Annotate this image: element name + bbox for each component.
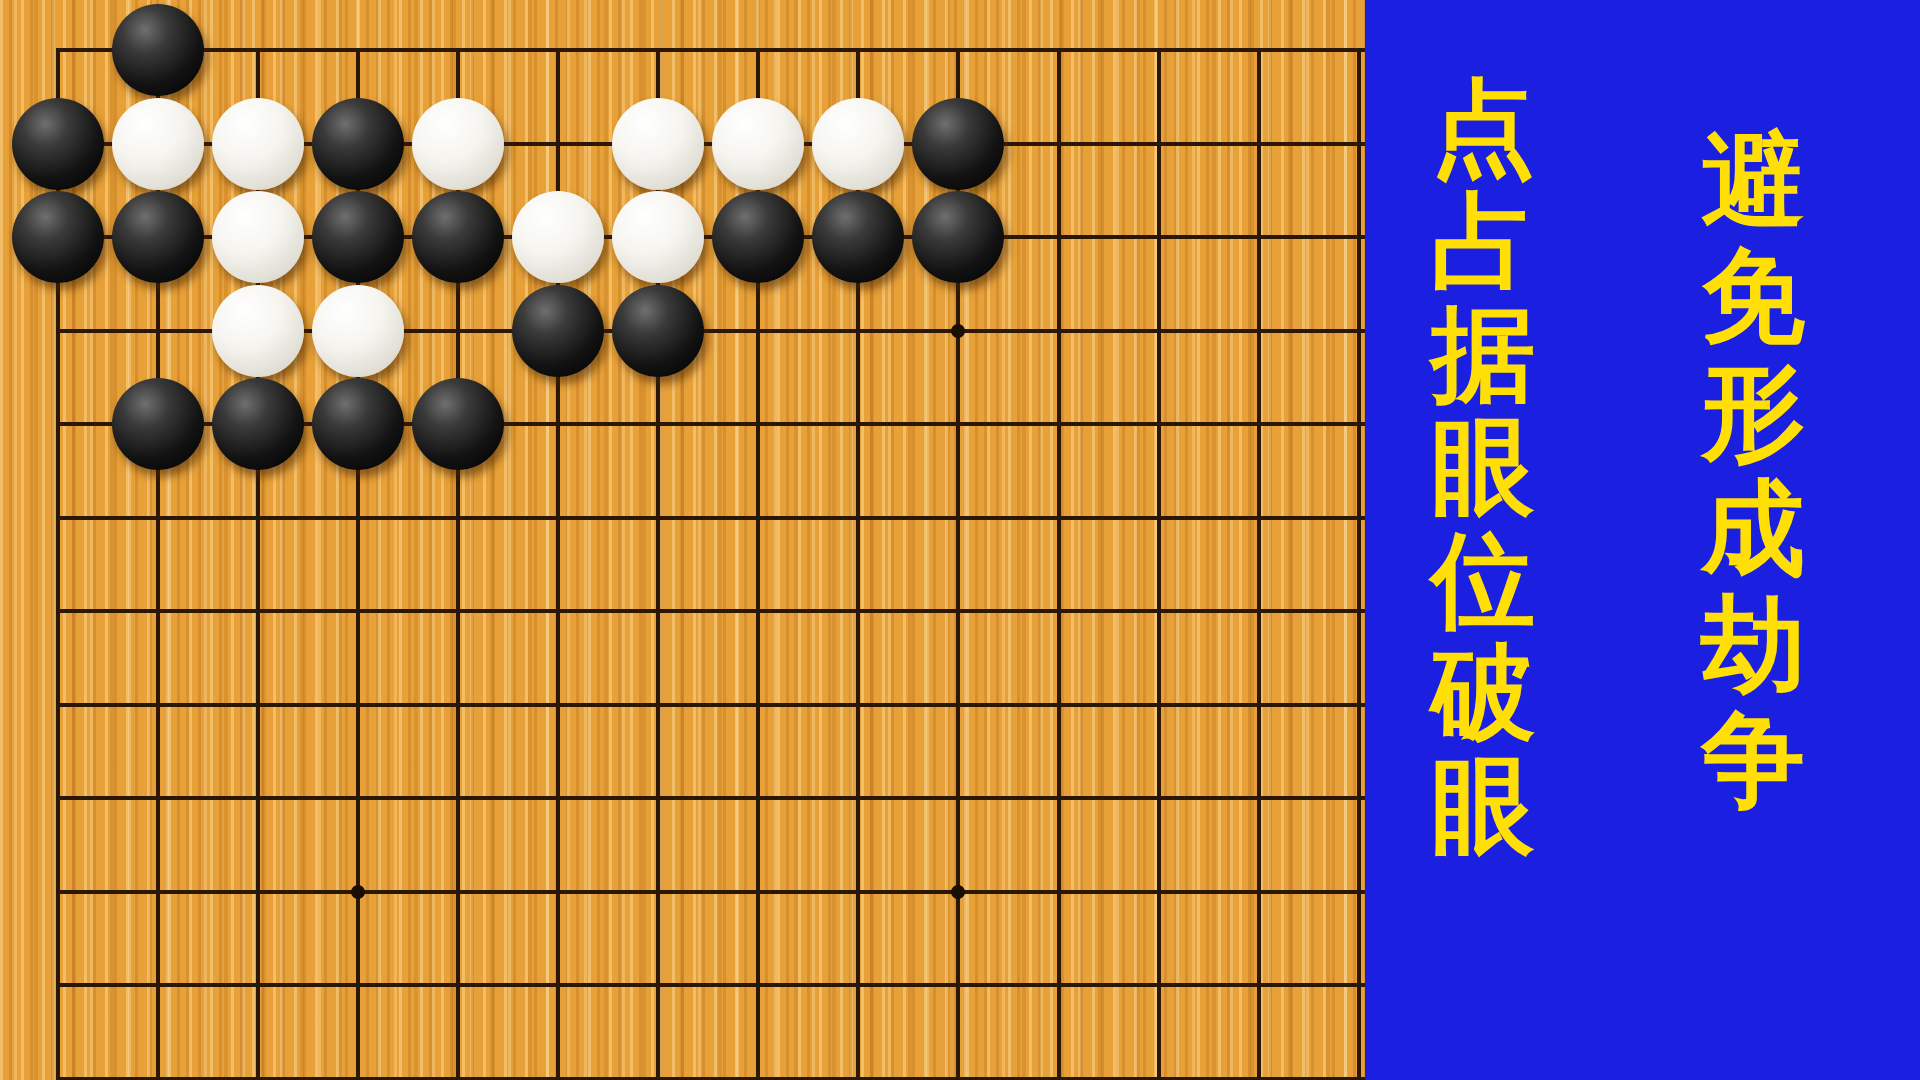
black-stone[interactable]	[512, 285, 604, 377]
star-point	[951, 885, 965, 899]
black-stone[interactable]	[312, 378, 404, 470]
grid-line-horizontal	[56, 796, 1366, 800]
caption-char: 据	[1423, 299, 1543, 412]
grid-line-horizontal	[56, 516, 1366, 520]
grid-line-horizontal	[56, 703, 1366, 707]
white-stone[interactable]	[212, 98, 304, 190]
white-stone[interactable]	[512, 191, 604, 283]
white-stone[interactable]	[612, 191, 704, 283]
black-stone[interactable]	[312, 191, 404, 283]
white-stone[interactable]	[812, 98, 904, 190]
star-point	[351, 885, 365, 899]
white-stone[interactable]	[112, 98, 204, 190]
caption-char: 破	[1423, 638, 1543, 751]
caption-char: 成	[1693, 472, 1813, 588]
grid-line-vertical	[1357, 48, 1361, 1080]
caption-column-right: 避免形成劫争	[1693, 124, 1813, 820]
caption-char: 形	[1693, 356, 1813, 472]
grid-line-vertical	[1257, 48, 1261, 1080]
black-stone[interactable]	[112, 4, 204, 96]
grid-line-horizontal	[56, 609, 1366, 613]
black-stone[interactable]	[12, 191, 104, 283]
black-stone[interactable]	[912, 98, 1004, 190]
caption-char: 劫	[1693, 588, 1813, 704]
white-stone[interactable]	[412, 98, 504, 190]
black-stone[interactable]	[812, 191, 904, 283]
grid-line-vertical	[1157, 48, 1161, 1080]
white-stone[interactable]	[312, 285, 404, 377]
caption-char: 避	[1693, 124, 1813, 240]
caption-char: 眼	[1423, 412, 1543, 525]
grid-line-horizontal	[56, 983, 1366, 987]
go-board	[0, 0, 1365, 1080]
black-stone[interactable]	[112, 378, 204, 470]
black-stone[interactable]	[12, 98, 104, 190]
caption-panel: 点占据眼位破眼 避免形成劫争	[1365, 0, 1920, 1080]
white-stone[interactable]	[612, 98, 704, 190]
white-stone[interactable]	[712, 98, 804, 190]
black-stone[interactable]	[412, 378, 504, 470]
grid-line-horizontal	[56, 1077, 1366, 1080]
caption-char: 位	[1423, 525, 1543, 638]
caption-column-left: 点占据眼位破眼	[1423, 73, 1543, 864]
black-stone[interactable]	[112, 191, 204, 283]
grid-line-horizontal	[56, 890, 1366, 894]
grid-line-horizontal	[56, 48, 1366, 52]
caption-char: 占	[1423, 186, 1543, 299]
black-stone[interactable]	[212, 378, 304, 470]
black-stone[interactable]	[312, 98, 404, 190]
black-stone[interactable]	[412, 191, 504, 283]
grid-line-vertical	[1057, 48, 1061, 1080]
caption-char: 免	[1693, 240, 1813, 356]
white-stone[interactable]	[212, 285, 304, 377]
black-stone[interactable]	[612, 285, 704, 377]
caption-char: 争	[1693, 704, 1813, 820]
caption-char: 点	[1423, 73, 1543, 186]
star-point	[951, 324, 965, 338]
screenshot: 点占据眼位破眼 避免形成劫争	[0, 0, 1920, 1080]
black-stone[interactable]	[712, 191, 804, 283]
white-stone[interactable]	[212, 191, 304, 283]
caption-char: 眼	[1423, 751, 1543, 864]
black-stone[interactable]	[912, 191, 1004, 283]
